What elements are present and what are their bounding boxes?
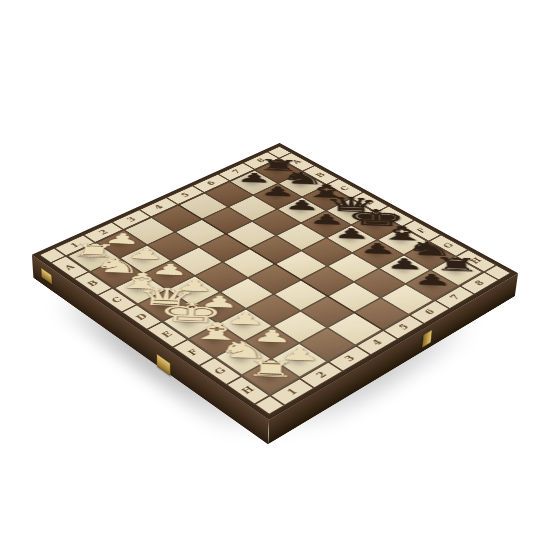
rank-label-right-8-text: 8 [473,279,487,287]
rank-label-right-5-text: 5 [397,323,411,331]
rank-label-right-6-text: 6 [423,308,437,316]
file-label-near-f-text: F [186,348,200,357]
rank-label-left-4-text: 4 [152,204,164,211]
rank-label-right-3-text: 3 [342,354,356,363]
photo-stage: AA88BB77CC66DD55EE44FF33GG22HH11 ♜♟♞♟♝♟♛… [0,0,550,550]
file-label-near-g-text: G [212,366,228,376]
brass-hinge-left [41,267,53,285]
file-label-near-c-text: C [110,296,124,304]
rank-label-right-7-text: 7 [448,293,462,301]
rank-label-right-2-text: 2 [314,370,329,379]
file-label-near-h-text: H [240,385,257,396]
rank-label-left-6-text: 6 [205,180,217,186]
file-label-near-a-text: A [63,263,77,271]
file-label-near-e-text: E [160,330,174,339]
rank-label-left-3-text: 3 [125,216,137,223]
rank-label-right-4-text: 4 [370,338,384,347]
rank-label-left-5-text: 5 [179,192,191,199]
rank-label-right-1-text: 1 [285,387,300,396]
file-label-near-d-text: D [134,312,149,321]
file-label-near-b-text: B [86,279,101,287]
brass-hinge-right [422,329,432,348]
chess-board: AA88BB77CC66DD55EE44FF33GG22HH11 ♜♟♞♟♝♟♛… [32,143,518,420]
